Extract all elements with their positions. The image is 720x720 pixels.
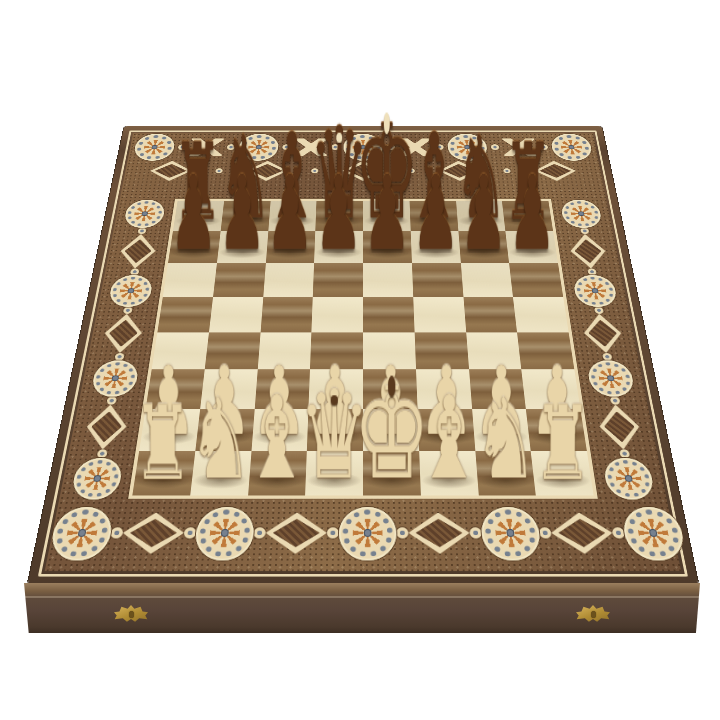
square-a2[interactable]	[139, 409, 200, 451]
diamond-lattice	[602, 412, 638, 442]
diamond-ornament	[581, 314, 625, 353]
square-b4[interactable]	[204, 332, 260, 369]
playing-field-frame	[128, 199, 598, 499]
chess-board-box-top: ♜♞♝♛♚♝♞♜♟♟♟♟♟♟♟♟♟♟♟♟♟♟♟♟♜♞♝♛♚♝♞♜	[27, 126, 698, 585]
brass-clasp-right	[576, 605, 610, 622]
square-b5[interactable]	[209, 297, 263, 332]
square-a5[interactable]	[157, 297, 212, 332]
square-c3[interactable]	[254, 370, 310, 410]
rosette-center-dot	[578, 212, 584, 216]
box-front-face	[24, 583, 700, 633]
diamond-lattice	[123, 239, 154, 262]
diamond-lattice	[154, 164, 188, 178]
diamond-lattice	[89, 412, 125, 442]
square-b2[interactable]	[195, 409, 254, 451]
square-h3[interactable]	[522, 370, 581, 410]
square-b7[interactable]	[217, 231, 268, 263]
diamond-ornament	[82, 405, 130, 450]
diamond-ornament	[438, 161, 481, 181]
square-f6[interactable]	[412, 263, 463, 297]
diamond-ornament	[549, 512, 616, 553]
square-g6[interactable]	[460, 263, 513, 297]
diamond-lattice	[272, 519, 320, 547]
square-e7[interactable]	[363, 231, 412, 263]
square-d3[interactable]	[309, 370, 363, 410]
square-a6[interactable]	[163, 263, 217, 297]
square-g8[interactable]	[456, 201, 506, 231]
rosette-center-dot	[506, 529, 515, 536]
diamond-ornament	[596, 405, 644, 450]
square-g5[interactable]	[463, 297, 517, 332]
square-h4[interactable]	[517, 332, 574, 369]
diamond-ornament	[117, 234, 158, 269]
diamond-ornament	[533, 161, 577, 181]
square-c5[interactable]	[260, 297, 313, 332]
chess-squares-grid	[132, 201, 593, 496]
square-a1[interactable]	[132, 451, 195, 495]
diamond-ornament	[408, 512, 471, 553]
square-f8[interactable]	[409, 201, 458, 231]
square-h8[interactable]	[502, 201, 553, 231]
diamond-lattice	[586, 320, 619, 347]
cross-ornament	[294, 138, 327, 156]
square-d5[interactable]	[312, 297, 363, 332]
square-e1[interactable]	[363, 451, 421, 495]
square-f4[interactable]	[414, 332, 468, 369]
square-f1[interactable]	[419, 451, 478, 495]
diamond-ornament	[245, 161, 288, 181]
cross-ornament	[189, 138, 223, 156]
rosette-center-dot	[568, 145, 574, 149]
diamond-lattice	[557, 519, 608, 547]
square-a3[interactable]	[146, 370, 205, 410]
rosette-ornament	[343, 134, 382, 161]
square-f2[interactable]	[417, 409, 475, 451]
cross-ornament	[502, 138, 536, 156]
square-e3[interactable]	[363, 370, 417, 410]
diamond-ornament	[342, 161, 383, 181]
square-d1[interactable]	[305, 451, 363, 495]
chess-set-photo: ♜♞♝♛♚♝♞♜♟♟♟♟♟♟♟♟♟♟♟♟♟♟♟♟♜♞♝♛♚♝♞♜	[0, 0, 720, 720]
square-h6[interactable]	[509, 263, 563, 297]
square-c2[interactable]	[251, 409, 309, 451]
square-e2[interactable]	[363, 409, 419, 451]
square-b6[interactable]	[213, 263, 266, 297]
square-e6[interactable]	[363, 263, 413, 297]
rosette-center-dot	[625, 476, 633, 482]
square-c4[interactable]	[257, 332, 311, 369]
clasp-keyhole	[129, 611, 134, 618]
diamond-lattice	[107, 320, 140, 347]
diamond-ornament	[148, 161, 192, 181]
square-h1[interactable]	[531, 451, 594, 495]
square-a7[interactable]	[168, 231, 220, 263]
rosette-center-dot	[128, 289, 134, 293]
square-d4[interactable]	[310, 332, 363, 369]
square-b8[interactable]	[220, 201, 270, 231]
square-f3[interactable]	[416, 370, 472, 410]
rosette-center-dot	[360, 145, 365, 149]
square-b3[interactable]	[200, 370, 257, 410]
diamond-lattice	[347, 164, 378, 178]
square-c6[interactable]	[263, 263, 314, 297]
square-g7[interactable]	[458, 231, 509, 263]
square-b1[interactable]	[190, 451, 251, 495]
square-d2[interactable]	[307, 409, 363, 451]
diamond-ornament	[101, 314, 145, 353]
square-e8[interactable]	[363, 201, 411, 231]
square-c7[interactable]	[266, 231, 316, 263]
diamond-lattice	[128, 519, 178, 547]
square-g3[interactable]	[469, 370, 526, 410]
square-h2[interactable]	[526, 409, 587, 451]
square-e4[interactable]	[363, 332, 416, 369]
square-d7[interactable]	[314, 231, 363, 263]
diamond-lattice	[251, 164, 283, 178]
square-g1[interactable]	[475, 451, 536, 495]
square-g4[interactable]	[466, 332, 522, 369]
rosette-center-dot	[592, 289, 598, 293]
clasp-keyhole	[591, 611, 596, 618]
square-c1[interactable]	[248, 451, 307, 495]
brass-clasp-left	[114, 605, 148, 622]
cross-ornament	[399, 138, 432, 156]
rosette-center-dot	[607, 376, 614, 381]
square-a4[interactable]	[152, 332, 209, 369]
rosette-center-dot	[464, 145, 470, 149]
rosette-center-dot	[364, 529, 372, 536]
diamond-lattice	[573, 239, 604, 262]
square-f7[interactable]	[411, 231, 461, 263]
square-f5[interactable]	[413, 297, 466, 332]
diamond-ornament	[120, 512, 187, 553]
diamond-ornament	[264, 512, 327, 553]
rosette-ornament	[338, 507, 397, 560]
square-g2[interactable]	[472, 409, 531, 451]
square-h7[interactable]	[506, 231, 558, 263]
square-d6[interactable]	[313, 263, 363, 297]
square-h5[interactable]	[513, 297, 568, 332]
diamond-ornament	[568, 234, 609, 269]
square-d8[interactable]	[315, 201, 363, 231]
diamond-lattice	[539, 164, 573, 178]
square-e5[interactable]	[363, 297, 414, 332]
square-c8[interactable]	[268, 201, 317, 231]
rosette-center-dot	[142, 212, 148, 216]
square-a8[interactable]	[173, 201, 224, 231]
diamond-lattice	[415, 519, 463, 547]
diamond-lattice	[443, 164, 475, 178]
